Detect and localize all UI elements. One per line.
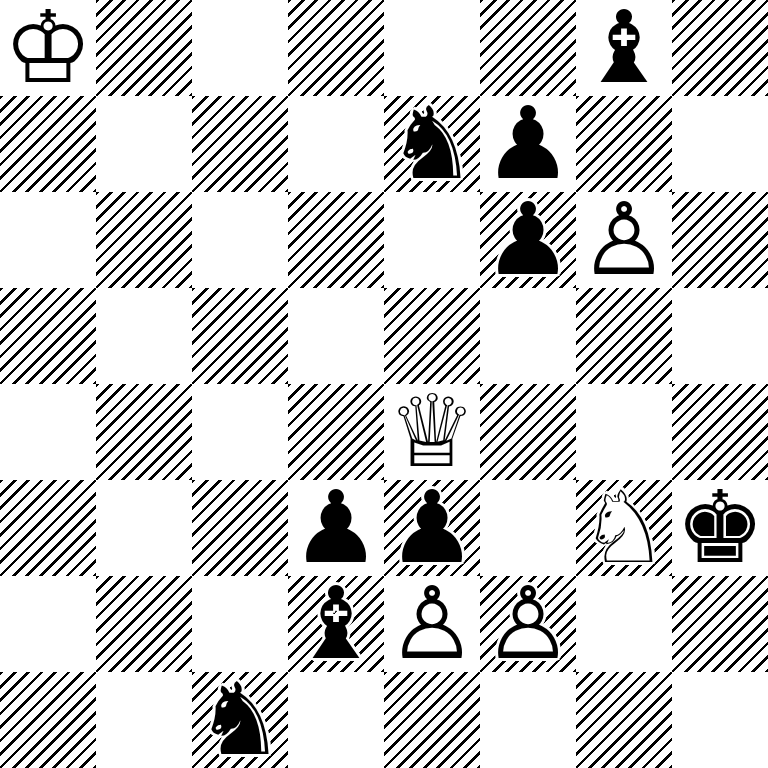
square-c8[interactable] bbox=[192, 0, 288, 96]
square-f2[interactable]: ♟♙ bbox=[480, 576, 576, 672]
square-g3[interactable]: ♞♘ bbox=[576, 480, 672, 576]
square-h7[interactable] bbox=[672, 96, 768, 192]
square-c4[interactable] bbox=[192, 384, 288, 480]
square-e1[interactable] bbox=[384, 672, 480, 768]
square-a6[interactable] bbox=[0, 192, 96, 288]
square-h8[interactable] bbox=[672, 0, 768, 96]
square-c2[interactable] bbox=[192, 576, 288, 672]
piece-glyph: ♘ bbox=[576, 480, 672, 576]
piece-glyph: ♝ bbox=[576, 0, 672, 96]
square-a4[interactable] bbox=[0, 384, 96, 480]
square-d4[interactable] bbox=[288, 384, 384, 480]
square-e8[interactable] bbox=[384, 0, 480, 96]
square-b7[interactable] bbox=[96, 96, 192, 192]
piece-glyph: ♞ bbox=[384, 96, 480, 192]
square-b1[interactable] bbox=[96, 672, 192, 768]
piece-black-pawn[interactable]: ♟♟ bbox=[480, 96, 576, 192]
square-f5[interactable] bbox=[480, 288, 576, 384]
square-g1[interactable] bbox=[576, 672, 672, 768]
square-b6[interactable] bbox=[96, 192, 192, 288]
square-h5[interactable] bbox=[672, 288, 768, 384]
square-c7[interactable] bbox=[192, 96, 288, 192]
square-g8[interactable]: ♝♝ bbox=[576, 0, 672, 96]
square-b2[interactable] bbox=[96, 576, 192, 672]
piece-glyph: ♔ bbox=[0, 0, 96, 96]
piece-white-king[interactable]: ♚♔ bbox=[0, 0, 96, 96]
square-h1[interactable] bbox=[672, 672, 768, 768]
chess-board: ♚♔♝♝♞♞♟♟♟♟♟♙♛♕♟♟♟♟♞♘♚♚♝♝♟♙♟♙♞♞ bbox=[0, 0, 768, 768]
piece-black-pawn[interactable]: ♟♟ bbox=[288, 480, 384, 576]
square-d2[interactable]: ♝♝ bbox=[288, 576, 384, 672]
piece-black-king[interactable]: ♚♚ bbox=[672, 480, 768, 576]
square-h4[interactable] bbox=[672, 384, 768, 480]
square-g2[interactable] bbox=[576, 576, 672, 672]
square-c1[interactable]: ♞♞ bbox=[192, 672, 288, 768]
square-e5[interactable] bbox=[384, 288, 480, 384]
piece-black-pawn[interactable]: ♟♟ bbox=[384, 480, 480, 576]
piece-glyph: ♟ bbox=[384, 480, 480, 576]
square-d5[interactable] bbox=[288, 288, 384, 384]
piece-glyph: ♙ bbox=[384, 576, 480, 672]
square-e3[interactable]: ♟♟ bbox=[384, 480, 480, 576]
square-c3[interactable] bbox=[192, 480, 288, 576]
square-f7[interactable]: ♟♟ bbox=[480, 96, 576, 192]
square-h2[interactable] bbox=[672, 576, 768, 672]
square-a8[interactable]: ♚♔ bbox=[0, 0, 96, 96]
piece-glyph: ♟ bbox=[480, 96, 576, 192]
square-a2[interactable] bbox=[0, 576, 96, 672]
square-a3[interactable] bbox=[0, 480, 96, 576]
square-a5[interactable] bbox=[0, 288, 96, 384]
square-c5[interactable] bbox=[192, 288, 288, 384]
piece-white-pawn[interactable]: ♟♙ bbox=[384, 576, 480, 672]
square-b3[interactable] bbox=[96, 480, 192, 576]
square-d8[interactable] bbox=[288, 0, 384, 96]
piece-white-knight[interactable]: ♞♘ bbox=[576, 480, 672, 576]
square-h6[interactable] bbox=[672, 192, 768, 288]
square-e6[interactable] bbox=[384, 192, 480, 288]
square-g4[interactable] bbox=[576, 384, 672, 480]
piece-black-knight[interactable]: ♞♞ bbox=[384, 96, 480, 192]
square-g7[interactable] bbox=[576, 96, 672, 192]
piece-glyph: ♙ bbox=[576, 192, 672, 288]
square-e7[interactable]: ♞♞ bbox=[384, 96, 480, 192]
piece-black-knight[interactable]: ♞♞ bbox=[192, 672, 288, 768]
square-d1[interactable] bbox=[288, 672, 384, 768]
piece-glyph: ♞ bbox=[192, 672, 288, 768]
square-d6[interactable] bbox=[288, 192, 384, 288]
square-a1[interactable] bbox=[0, 672, 96, 768]
square-f3[interactable] bbox=[480, 480, 576, 576]
piece-white-pawn[interactable]: ♟♙ bbox=[576, 192, 672, 288]
piece-black-bishop[interactable]: ♝♝ bbox=[288, 576, 384, 672]
square-e4[interactable]: ♛♕ bbox=[384, 384, 480, 480]
piece-glyph: ♟ bbox=[480, 192, 576, 288]
square-e2[interactable]: ♟♙ bbox=[384, 576, 480, 672]
square-d7[interactable] bbox=[288, 96, 384, 192]
piece-glyph: ♚ bbox=[672, 480, 768, 576]
square-g6[interactable]: ♟♙ bbox=[576, 192, 672, 288]
square-f6[interactable]: ♟♟ bbox=[480, 192, 576, 288]
piece-glyph: ♕ bbox=[384, 384, 480, 480]
piece-glyph: ♝ bbox=[288, 576, 384, 672]
square-f1[interactable] bbox=[480, 672, 576, 768]
square-f8[interactable] bbox=[480, 0, 576, 96]
square-a7[interactable] bbox=[0, 96, 96, 192]
square-c6[interactable] bbox=[192, 192, 288, 288]
piece-white-pawn[interactable]: ♟♙ bbox=[480, 576, 576, 672]
square-d3[interactable]: ♟♟ bbox=[288, 480, 384, 576]
square-g5[interactable] bbox=[576, 288, 672, 384]
square-h3[interactable]: ♚♚ bbox=[672, 480, 768, 576]
square-b8[interactable] bbox=[96, 0, 192, 96]
piece-black-bishop[interactable]: ♝♝ bbox=[576, 0, 672, 96]
piece-black-pawn[interactable]: ♟♟ bbox=[480, 192, 576, 288]
square-f4[interactable] bbox=[480, 384, 576, 480]
square-b5[interactable] bbox=[96, 288, 192, 384]
piece-glyph: ♙ bbox=[480, 576, 576, 672]
piece-white-queen[interactable]: ♛♕ bbox=[384, 384, 480, 480]
piece-glyph: ♟ bbox=[288, 480, 384, 576]
square-b4[interactable] bbox=[96, 384, 192, 480]
